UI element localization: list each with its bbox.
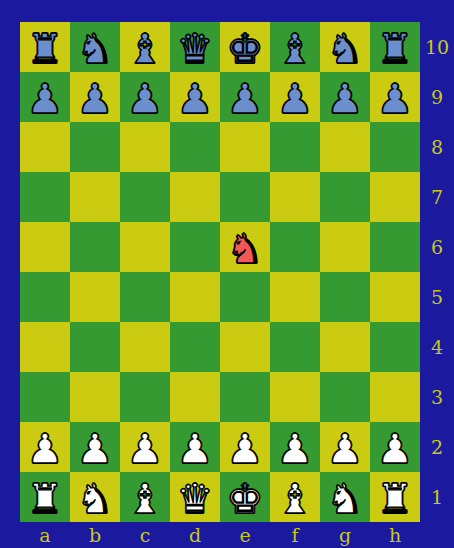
square-b2[interactable]: ♟	[70, 422, 120, 472]
white-knight-g1[interactable]: ♞	[327, 476, 364, 522]
square-f6[interactable]	[270, 222, 320, 272]
file-label-a: a	[20, 522, 70, 548]
square-b5[interactable]	[70, 272, 120, 322]
square-e7[interactable]	[220, 172, 270, 222]
rank-label-3: 3	[420, 372, 454, 422]
blue-pawn-e9[interactable]: ♟	[227, 76, 264, 122]
square-f9[interactable]: ♟	[270, 72, 320, 122]
square-a8[interactable]	[20, 122, 70, 172]
square-e3[interactable]	[220, 372, 270, 422]
blue-king-e10[interactable]: ♚	[227, 26, 264, 72]
blue-queen-d10[interactable]: ♛	[177, 26, 214, 72]
square-g1[interactable]: ♞	[320, 472, 370, 522]
blue-pawn-f9[interactable]: ♟	[277, 76, 314, 122]
square-h5[interactable]	[370, 272, 420, 322]
board: ♜♞♝♛♚♝♞♜♟♟♟♟♟♟♟♟♞♟♟♟♟♟♟♟♟♜♞♝♛♚♝♞♜	[20, 22, 420, 522]
square-f1[interactable]: ♝	[270, 472, 320, 522]
file-label-h: h	[370, 522, 420, 548]
chess-board-window: ♜♞♝♛♚♝♞♜♟♟♟♟♟♟♟♟♞♟♟♟♟♟♟♟♟♜♞♝♛♚♝♞♜ 109876…	[0, 0, 454, 548]
square-e2[interactable]: ♟	[220, 422, 270, 472]
square-a9[interactable]: ♟	[20, 72, 70, 122]
square-e5[interactable]	[220, 272, 270, 322]
square-a1[interactable]: ♜	[20, 472, 70, 522]
rank-label-8: 8	[420, 122, 454, 172]
white-pawn-d2[interactable]: ♟	[177, 426, 214, 472]
file-label-d: d	[170, 522, 220, 548]
square-e1[interactable]: ♚	[220, 472, 270, 522]
white-queen-d1[interactable]: ♛	[177, 476, 214, 522]
square-d3[interactable]	[170, 372, 220, 422]
square-h3[interactable]	[370, 372, 420, 422]
square-e8[interactable]	[220, 122, 270, 172]
square-b10[interactable]: ♞	[70, 22, 120, 72]
square-c7[interactable]	[120, 172, 170, 222]
square-c6[interactable]	[120, 222, 170, 272]
white-pawn-f2[interactable]: ♟	[277, 426, 314, 472]
file-label-c: c	[120, 522, 170, 548]
square-g7[interactable]	[320, 172, 370, 222]
square-h7[interactable]	[370, 172, 420, 222]
square-b4[interactable]	[70, 322, 120, 372]
square-g6[interactable]	[320, 222, 370, 272]
square-h8[interactable]	[370, 122, 420, 172]
white-knight-b1[interactable]: ♞	[77, 476, 114, 522]
square-a6[interactable]	[20, 222, 70, 272]
white-pawn-e2[interactable]: ♟	[227, 426, 264, 472]
file-labels: abcdefgh	[20, 522, 420, 548]
rank-label-10: 10	[420, 22, 454, 72]
square-c5[interactable]	[120, 272, 170, 322]
square-b9[interactable]: ♟	[70, 72, 120, 122]
white-bishop-c1[interactable]: ♝	[127, 476, 164, 522]
square-h1[interactable]: ♜	[370, 472, 420, 522]
square-f4[interactable]	[270, 322, 320, 372]
square-c9[interactable]: ♟	[120, 72, 170, 122]
square-h10[interactable]: ♜	[370, 22, 420, 72]
square-d8[interactable]	[170, 122, 220, 172]
square-a10[interactable]: ♜	[20, 22, 70, 72]
blue-rook-a10[interactable]: ♜	[27, 26, 64, 72]
square-e6[interactable]: ♞	[220, 222, 270, 272]
square-d5[interactable]	[170, 272, 220, 322]
square-g4[interactable]	[320, 322, 370, 372]
square-f2[interactable]: ♟	[270, 422, 320, 472]
blue-pawn-a9[interactable]: ♟	[27, 76, 64, 122]
blue-bishop-f10[interactable]: ♝	[277, 26, 314, 72]
square-a7[interactable]	[20, 172, 70, 222]
square-a2[interactable]: ♟	[20, 422, 70, 472]
blue-pawn-h9[interactable]: ♟	[377, 76, 414, 122]
white-rook-h1[interactable]: ♜	[377, 476, 414, 522]
rank-label-4: 4	[420, 322, 454, 372]
square-g2[interactable]: ♟	[320, 422, 370, 472]
blue-bishop-c10[interactable]: ♝	[127, 26, 164, 72]
rank-label-7: 7	[420, 172, 454, 222]
square-d9[interactable]: ♟	[170, 72, 220, 122]
blue-pawn-g9[interactable]: ♟	[327, 76, 364, 122]
square-h4[interactable]	[370, 322, 420, 372]
square-f5[interactable]	[270, 272, 320, 322]
square-b6[interactable]	[70, 222, 120, 272]
square-c1[interactable]: ♝	[120, 472, 170, 522]
square-d1[interactable]: ♛	[170, 472, 220, 522]
white-pawn-a2[interactable]: ♟	[27, 426, 64, 472]
square-d4[interactable]	[170, 322, 220, 372]
square-b3[interactable]	[70, 372, 120, 422]
square-f10[interactable]: ♝	[270, 22, 320, 72]
rank-label-1: 1	[420, 472, 454, 522]
blue-rook-h10[interactable]: ♜	[377, 26, 414, 72]
square-f3[interactable]	[270, 372, 320, 422]
square-b8[interactable]	[70, 122, 120, 172]
blue-knight-b10[interactable]: ♞	[77, 26, 114, 72]
square-h2[interactable]: ♟	[370, 422, 420, 472]
square-b1[interactable]: ♞	[70, 472, 120, 522]
white-king-e1[interactable]: ♚	[227, 476, 264, 522]
square-d10[interactable]: ♛	[170, 22, 220, 72]
square-d7[interactable]	[170, 172, 220, 222]
square-f8[interactable]	[270, 122, 320, 172]
square-a4[interactable]	[20, 322, 70, 372]
white-pawn-b2[interactable]: ♟	[77, 426, 114, 472]
blue-knight-g10[interactable]: ♞	[327, 26, 364, 72]
square-c8[interactable]	[120, 122, 170, 172]
white-rook-a1[interactable]: ♜	[27, 476, 64, 522]
rank-labels: 10987654321	[420, 22, 454, 522]
square-g3[interactable]	[320, 372, 370, 422]
square-a3[interactable]	[20, 372, 70, 422]
square-g5[interactable]	[320, 272, 370, 322]
white-pawn-h2[interactable]: ♟	[377, 426, 414, 472]
white-pawn-c2[interactable]: ♟	[127, 426, 164, 472]
rank-label-2: 2	[420, 422, 454, 472]
white-pawn-g2[interactable]: ♟	[327, 426, 364, 472]
blue-pawn-b9[interactable]: ♟	[77, 76, 114, 122]
blue-pawn-c9[interactable]: ♟	[127, 76, 164, 122]
square-h9[interactable]: ♟	[370, 72, 420, 122]
square-d2[interactable]: ♟	[170, 422, 220, 472]
square-c3[interactable]	[120, 372, 170, 422]
blue-pawn-d9[interactable]: ♟	[177, 76, 214, 122]
square-c2[interactable]: ♟	[120, 422, 170, 472]
square-g10[interactable]: ♞	[320, 22, 370, 72]
square-b7[interactable]	[70, 172, 120, 222]
square-c10[interactable]: ♝	[120, 22, 170, 72]
square-e9[interactable]: ♟	[220, 72, 270, 122]
red-knight-e6[interactable]: ♞	[227, 226, 264, 272]
rank-label-5: 5	[420, 272, 454, 322]
square-g9[interactable]: ♟	[320, 72, 370, 122]
rank-label-9: 9	[420, 72, 454, 122]
square-f7[interactable]	[270, 172, 320, 222]
file-label-g: g	[320, 522, 370, 548]
square-e4[interactable]	[220, 322, 270, 372]
file-label-f: f	[270, 522, 320, 548]
square-c4[interactable]	[120, 322, 170, 372]
square-e10[interactable]: ♚	[220, 22, 270, 72]
rank-label-6: 6	[420, 222, 454, 272]
square-a5[interactable]	[20, 272, 70, 322]
square-h6[interactable]	[370, 222, 420, 272]
square-g8[interactable]	[320, 122, 370, 172]
file-label-b: b	[70, 522, 120, 548]
white-bishop-f1[interactable]: ♝	[277, 476, 314, 522]
file-label-e: e	[220, 522, 270, 548]
square-d6[interactable]	[170, 222, 220, 272]
